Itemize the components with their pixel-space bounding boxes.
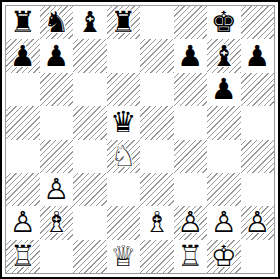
chess-board-frame: ♜♞♝♜♚♟♟♟♝♟♟♛♞♘♟♙♟♙♝♗♝♗♟♙♟♙♟♙♜♖♛♕♜♖♚♔ (0, 0, 280, 279)
square-d8[interactable]: ♜ (107, 6, 141, 39)
white-rook[interactable]: ♜♖ (174, 240, 208, 273)
square-d2[interactable] (107, 206, 141, 239)
square-f3[interactable] (174, 173, 208, 206)
square-c3[interactable] (73, 173, 107, 206)
square-e6[interactable] (140, 73, 174, 106)
white-knight[interactable]: ♞♘ (107, 140, 141, 173)
black-pawn[interactable]: ♟ (6, 39, 40, 72)
square-c7[interactable] (73, 39, 107, 72)
square-g3[interactable] (207, 173, 241, 206)
white-pawn[interactable]: ♟♙ (6, 206, 40, 239)
square-e1[interactable] (140, 240, 174, 273)
square-f1[interactable]: ♜♖ (174, 240, 208, 273)
square-h4[interactable] (241, 140, 275, 173)
black-queen[interactable]: ♛ (107, 106, 141, 139)
white-bishop[interactable]: ♝♗ (140, 206, 174, 239)
square-b8[interactable]: ♞ (40, 6, 74, 39)
square-d4[interactable]: ♞♘ (107, 140, 141, 173)
black-rook[interactable]: ♜ (6, 6, 40, 39)
square-e7[interactable] (140, 39, 174, 72)
square-b3[interactable]: ♟♙ (40, 173, 74, 206)
square-d6[interactable] (107, 73, 141, 106)
square-d3[interactable] (107, 173, 141, 206)
square-b2[interactable]: ♝♗ (40, 206, 74, 239)
white-rook[interactable]: ♜♖ (6, 240, 40, 273)
black-bishop[interactable]: ♝ (73, 6, 107, 39)
square-f5[interactable] (174, 106, 208, 139)
square-e2[interactable]: ♝♗ (140, 206, 174, 239)
black-rook[interactable]: ♜ (107, 6, 141, 39)
square-g7[interactable]: ♝ (207, 39, 241, 72)
square-f2[interactable]: ♟♙ (174, 206, 208, 239)
black-king[interactable]: ♚ (207, 6, 241, 39)
black-bishop[interactable]: ♝ (207, 39, 241, 72)
square-a6[interactable] (6, 73, 40, 106)
square-a3[interactable] (6, 173, 40, 206)
square-b5[interactable] (40, 106, 74, 139)
square-c5[interactable] (73, 106, 107, 139)
square-c1[interactable] (73, 240, 107, 273)
square-a8[interactable]: ♜ (6, 6, 40, 39)
square-f4[interactable] (174, 140, 208, 173)
square-h2[interactable]: ♟♙ (241, 206, 275, 239)
square-b6[interactable] (40, 73, 74, 106)
square-g4[interactable] (207, 140, 241, 173)
white-bishop[interactable]: ♝♗ (40, 206, 74, 239)
square-h6[interactable] (241, 73, 275, 106)
black-pawn[interactable]: ♟ (241, 39, 275, 72)
square-h7[interactable]: ♟ (241, 39, 275, 72)
white-pawn[interactable]: ♟♙ (207, 206, 241, 239)
white-king[interactable]: ♚♔ (207, 240, 241, 273)
square-h1[interactable] (241, 240, 275, 273)
square-c4[interactable] (73, 140, 107, 173)
square-h3[interactable] (241, 173, 275, 206)
square-g5[interactable] (207, 106, 241, 139)
square-c8[interactable]: ♝ (73, 6, 107, 39)
square-b4[interactable] (40, 140, 74, 173)
black-pawn[interactable]: ♟ (207, 73, 241, 106)
white-pawn[interactable]: ♟♙ (241, 206, 275, 239)
square-g1[interactable]: ♚♔ (207, 240, 241, 273)
square-d7[interactable] (107, 39, 141, 72)
square-b7[interactable]: ♟ (40, 39, 74, 72)
black-pawn[interactable]: ♟ (40, 39, 74, 72)
square-h8[interactable] (241, 6, 275, 39)
square-f8[interactable] (174, 6, 208, 39)
black-pawn[interactable]: ♟ (174, 39, 208, 72)
square-b1[interactable] (40, 240, 74, 273)
square-e4[interactable] (140, 140, 174, 173)
square-g2[interactable]: ♟♙ (207, 206, 241, 239)
square-d5[interactable]: ♛ (107, 106, 141, 139)
square-g8[interactable]: ♚ (207, 6, 241, 39)
black-knight[interactable]: ♞ (40, 6, 74, 39)
square-e8[interactable] (140, 6, 174, 39)
square-e5[interactable] (140, 106, 174, 139)
square-c2[interactable] (73, 206, 107, 239)
square-h5[interactable] (241, 106, 275, 139)
square-g6[interactable]: ♟ (207, 73, 241, 106)
square-a4[interactable] (6, 140, 40, 173)
square-f6[interactable] (174, 73, 208, 106)
chess-board: ♜♞♝♜♚♟♟♟♝♟♟♛♞♘♟♙♟♙♝♗♝♗♟♙♟♙♟♙♜♖♛♕♜♖♚♔ (5, 5, 275, 274)
square-f7[interactable]: ♟ (174, 39, 208, 72)
square-a5[interactable] (6, 106, 40, 139)
white-queen[interactable]: ♛♕ (107, 240, 141, 273)
square-a7[interactable]: ♟ (6, 39, 40, 72)
white-pawn[interactable]: ♟♙ (174, 206, 208, 239)
square-d1[interactable]: ♛♕ (107, 240, 141, 273)
square-a2[interactable]: ♟♙ (6, 206, 40, 239)
square-e3[interactable] (140, 173, 174, 206)
white-pawn[interactable]: ♟♙ (40, 173, 74, 206)
square-c6[interactable] (73, 73, 107, 106)
square-a1[interactable]: ♜♖ (6, 240, 40, 273)
